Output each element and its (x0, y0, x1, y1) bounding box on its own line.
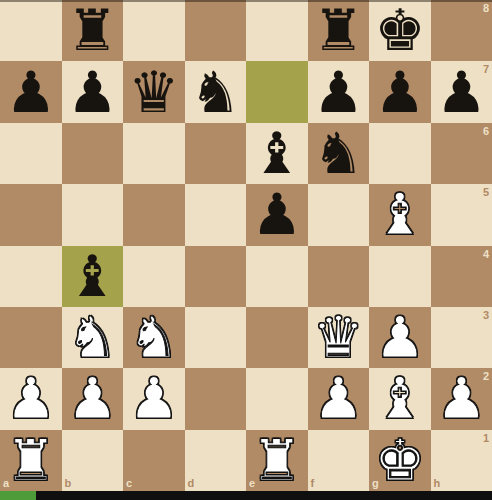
square-a1[interactable]: ♜a (0, 430, 62, 491)
square-d4[interactable] (185, 246, 247, 307)
square-f1[interactable]: f (308, 430, 370, 491)
piece-white-pawn[interactable]: ♟ (369, 307, 431, 368)
piece-black-knight[interactable]: ♞ (308, 123, 370, 184)
square-a8[interactable] (0, 0, 62, 61)
square-a2[interactable]: ♟ (0, 368, 62, 429)
piece-white-rook[interactable]: ♜ (0, 430, 62, 491)
file-label-d: d (188, 477, 195, 489)
square-g4[interactable] (369, 246, 431, 307)
square-f2[interactable]: ♟ (308, 368, 370, 429)
square-g8[interactable]: ♚ (369, 0, 431, 61)
square-g7[interactable]: ♟ (369, 61, 431, 122)
piece-black-bishop[interactable]: ♝ (246, 123, 308, 184)
square-d1[interactable]: d (185, 430, 247, 491)
square-d6[interactable] (185, 123, 247, 184)
piece-black-rook[interactable]: ♜ (62, 0, 124, 61)
rank-label-5: 5 (483, 186, 489, 198)
square-h5[interactable]: 5 (431, 184, 492, 245)
file-label-e: e (249, 477, 255, 489)
square-c1[interactable]: c (123, 430, 185, 491)
square-e7[interactable] (246, 61, 308, 122)
square-c3[interactable]: ♞ (123, 307, 185, 368)
square-c8[interactable] (123, 0, 185, 61)
piece-black-bishop[interactable]: ♝ (62, 246, 124, 307)
square-e3[interactable] (246, 307, 308, 368)
square-f8[interactable]: ♜ (308, 0, 370, 61)
piece-black-rook[interactable]: ♜ (308, 0, 370, 61)
chess-board: ♜♜♚8♟♟♛♞♟♟♟7♝♞6♟♝5♝4♞♞♛♟3♟♟♟♟♝♟2♜abcd♜ef… (0, 0, 492, 491)
square-c2[interactable]: ♟ (123, 368, 185, 429)
square-g1[interactable]: ♚g (369, 430, 431, 491)
rank-label-6: 6 (483, 125, 489, 137)
square-a7[interactable]: ♟ (0, 61, 62, 122)
piece-white-knight[interactable]: ♞ (123, 307, 185, 368)
chess-board-screenshot: ♜♜♚8♟♟♛♞♟♟♟7♝♞6♟♝5♝4♞♞♛♟3♟♟♟♟♝♟2♜abcd♜ef… (0, 0, 492, 500)
square-b2[interactable]: ♟ (62, 368, 124, 429)
square-e2[interactable] (246, 368, 308, 429)
square-f6[interactable]: ♞ (308, 123, 370, 184)
rank-label-1: 1 (483, 432, 489, 444)
file-label-g: g (372, 477, 379, 489)
piece-black-knight[interactable]: ♞ (185, 61, 247, 122)
piece-black-king[interactable]: ♚ (369, 0, 431, 61)
square-e8[interactable] (246, 0, 308, 61)
square-b3[interactable]: ♞ (62, 307, 124, 368)
piece-white-pawn[interactable]: ♟ (123, 368, 185, 429)
piece-white-bishop[interactable]: ♝ (369, 184, 431, 245)
square-g6[interactable] (369, 123, 431, 184)
square-b7[interactable]: ♟ (62, 61, 124, 122)
piece-black-pawn[interactable]: ♟ (246, 184, 308, 245)
file-label-a: a (3, 477, 9, 489)
piece-black-queen[interactable]: ♛ (123, 61, 185, 122)
rank-label-8: 8 (483, 2, 489, 14)
square-g2[interactable]: ♝ (369, 368, 431, 429)
square-a5[interactable] (0, 184, 62, 245)
square-d8[interactable] (185, 0, 247, 61)
square-a6[interactable] (0, 123, 62, 184)
square-h6[interactable]: 6 (431, 123, 492, 184)
square-b6[interactable] (62, 123, 124, 184)
rank-label-7: 7 (483, 63, 489, 75)
square-b8[interactable]: ♜ (62, 0, 124, 61)
square-a3[interactable] (0, 307, 62, 368)
progress-bar-fill (0, 491, 36, 500)
square-h8[interactable]: 8 (431, 0, 492, 61)
square-b1[interactable]: b (62, 430, 124, 491)
file-label-f: f (311, 477, 315, 489)
file-label-c: c (126, 477, 132, 489)
square-e5[interactable]: ♟ (246, 184, 308, 245)
square-f3[interactable]: ♛ (308, 307, 370, 368)
piece-white-queen[interactable]: ♛ (308, 307, 370, 368)
square-f5[interactable] (308, 184, 370, 245)
piece-black-pawn[interactable]: ♟ (369, 61, 431, 122)
square-h7[interactable]: ♟7 (431, 61, 492, 122)
piece-white-pawn[interactable]: ♟ (62, 368, 124, 429)
piece-white-bishop[interactable]: ♝ (369, 368, 431, 429)
file-label-b: b (65, 477, 72, 489)
square-h3[interactable]: 3 (431, 307, 492, 368)
progress-bar (0, 491, 492, 500)
square-d3[interactable] (185, 307, 247, 368)
file-label-h: h (434, 477, 441, 489)
square-a4[interactable] (0, 246, 62, 307)
square-c4[interactable] (123, 246, 185, 307)
square-c5[interactable] (123, 184, 185, 245)
square-f4[interactable] (308, 246, 370, 307)
piece-black-pawn[interactable]: ♟ (308, 61, 370, 122)
square-d5[interactable] (185, 184, 247, 245)
square-d7[interactable]: ♞ (185, 61, 247, 122)
square-c6[interactable] (123, 123, 185, 184)
square-e6[interactable]: ♝ (246, 123, 308, 184)
square-d2[interactable] (185, 368, 247, 429)
piece-white-knight[interactable]: ♞ (62, 307, 124, 368)
square-f7[interactable]: ♟ (308, 61, 370, 122)
square-g5[interactable]: ♝ (369, 184, 431, 245)
piece-white-pawn[interactable]: ♟ (0, 368, 62, 429)
rank-label-2: 2 (483, 370, 489, 382)
rank-label-3: 3 (483, 309, 489, 321)
square-h4[interactable]: 4 (431, 246, 492, 307)
square-g3[interactable]: ♟ (369, 307, 431, 368)
rank-label-4: 4 (483, 248, 489, 260)
piece-black-pawn[interactable]: ♟ (62, 61, 124, 122)
piece-black-pawn[interactable]: ♟ (0, 61, 62, 122)
square-e4[interactable] (246, 246, 308, 307)
piece-white-rook[interactable]: ♜ (246, 430, 308, 491)
square-h1[interactable]: h1 (431, 430, 492, 491)
square-c7[interactable]: ♛ (123, 61, 185, 122)
square-b5[interactable] (62, 184, 124, 245)
piece-white-pawn[interactable]: ♟ (308, 368, 370, 429)
square-e1[interactable]: ♜e (246, 430, 308, 491)
square-b4[interactable]: ♝ (62, 246, 124, 307)
square-h2[interactable]: ♟2 (431, 368, 492, 429)
